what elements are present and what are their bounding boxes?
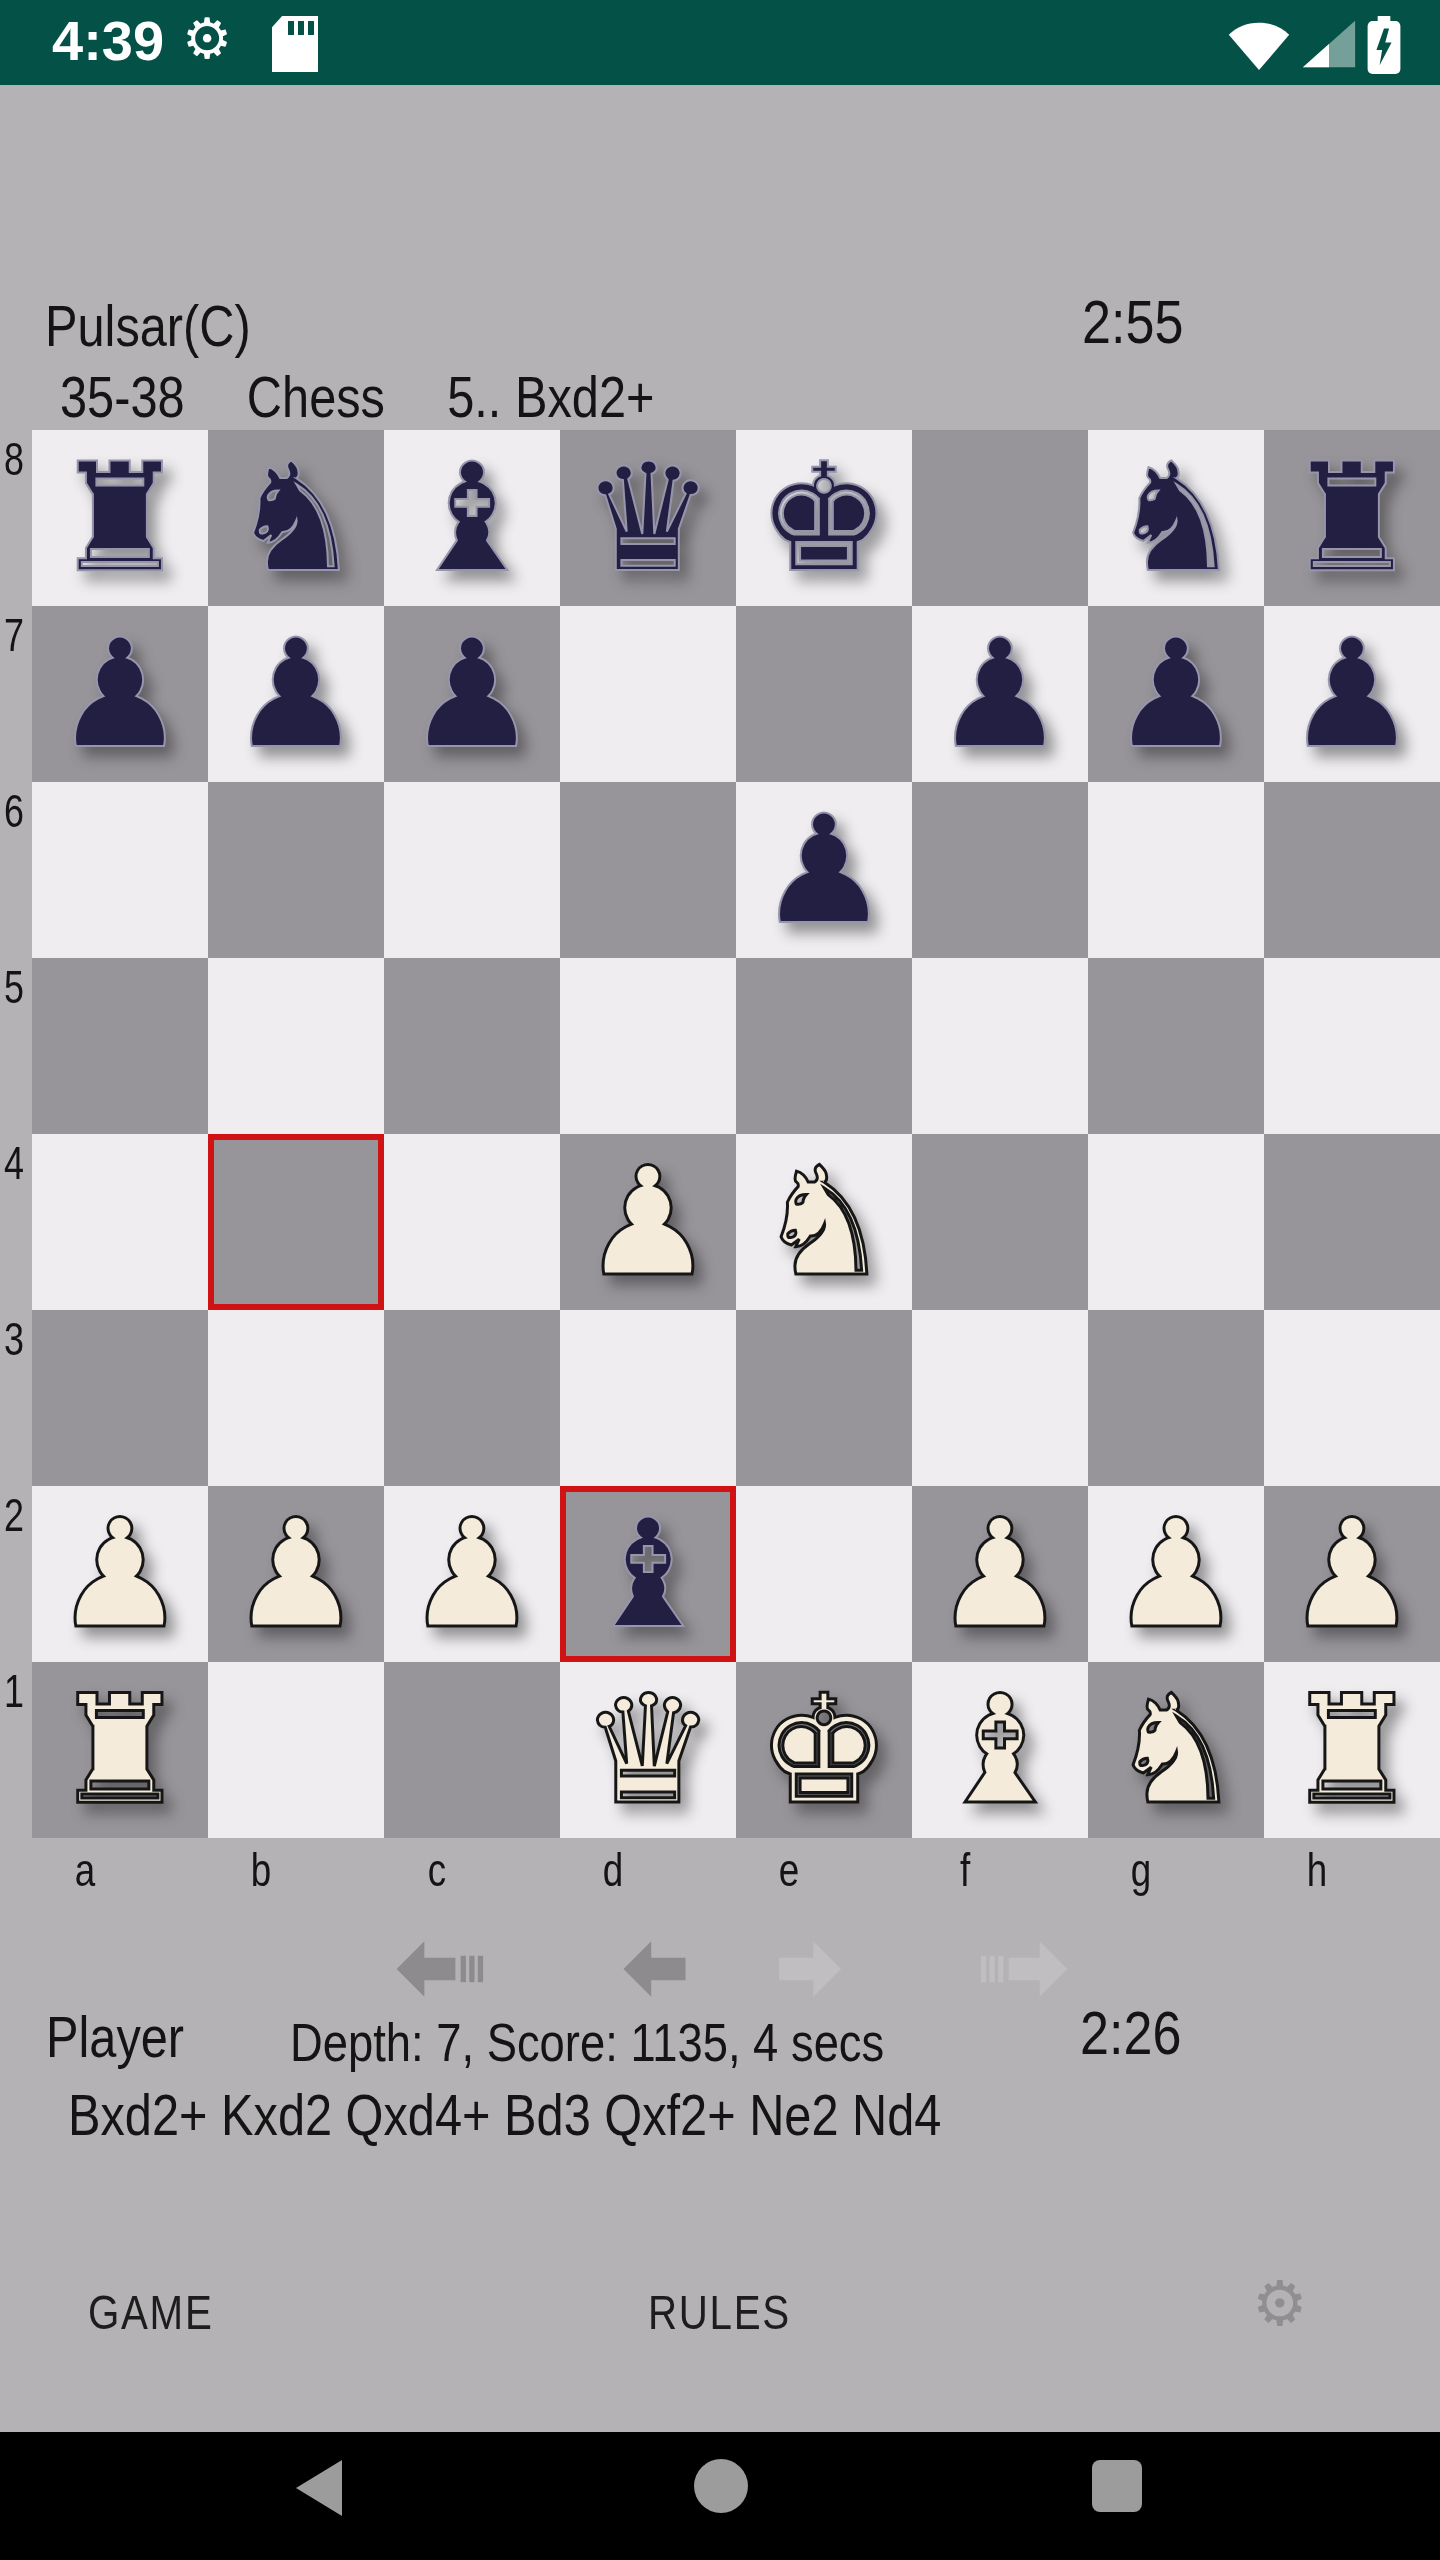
square-e4[interactable]: ♞ — [736, 1134, 912, 1310]
square-g1[interactable]: ♞ — [1088, 1662, 1264, 1838]
white-pawn: ♟ — [229, 1486, 363, 1662]
square-e2[interactable] — [736, 1486, 912, 1662]
white-pawn: ♟ — [405, 1486, 539, 1662]
square-c4[interactable] — [384, 1134, 560, 1310]
settings-gear-icon[interactable]: ⚙ — [1252, 2267, 1308, 2340]
square-a5[interactable] — [32, 958, 208, 1134]
square-c8[interactable]: ♝ — [384, 430, 560, 606]
square-c6[interactable] — [384, 782, 560, 958]
square-d8[interactable]: ♛ — [560, 430, 736, 606]
square-d2[interactable]: ♝ — [560, 1486, 736, 1662]
square-g2[interactable]: ♟ — [1088, 1486, 1264, 1662]
go-to-start-button[interactable] — [394, 1936, 491, 2002]
black-knight: ♞ — [229, 430, 363, 606]
battery-charging-icon — [1366, 16, 1402, 74]
square-f7[interactable]: ♟ — [912, 606, 1088, 782]
black-pawn: ♟ — [53, 606, 187, 782]
black-pawn: ♟ — [229, 606, 363, 782]
file-label-f: f — [895, 1843, 1036, 1897]
square-g6[interactable] — [1088, 782, 1264, 958]
black-bishop: ♝ — [405, 430, 539, 606]
variant-label: Chess — [247, 364, 385, 429]
square-a3[interactable] — [32, 1310, 208, 1486]
file-label-h: h — [1247, 1843, 1388, 1897]
pulsar-chess-app: 4:39 ⚙ Pulsar(C) 2:55 35-38 Chess 5.. Bx… — [0, 0, 1440, 2560]
square-f4[interactable] — [912, 1134, 1088, 1310]
rank-label-1: 1 — [4, 1664, 24, 1718]
square-e1[interactable]: ♚ — [736, 1662, 912, 1838]
black-knight: ♞ — [1109, 430, 1243, 606]
step-back-button[interactable] — [606, 1936, 703, 2002]
square-f2[interactable]: ♟ — [912, 1486, 1088, 1662]
square-h2[interactable]: ♟ — [1264, 1486, 1440, 1662]
white-king: ♚ — [757, 1662, 891, 1838]
file-label-g: g — [1071, 1843, 1212, 1897]
status-bar: 4:39 ⚙ — [0, 0, 1440, 85]
game-menu-button[interactable]: GAME — [88, 2285, 213, 2340]
square-f8[interactable] — [912, 430, 1088, 606]
rank-label-7: 7 — [4, 608, 24, 662]
android-home-button[interactable] — [694, 2459, 748, 2513]
last-move-label: 5.. Bxd2+ — [447, 364, 654, 429]
square-h7[interactable]: ♟ — [1264, 606, 1440, 782]
android-back-button[interactable] — [296, 2460, 342, 2516]
square-h6[interactable] — [1264, 782, 1440, 958]
score-range: 35-38 — [60, 364, 185, 429]
rank-label-3: 3 — [4, 1312, 24, 1366]
square-d7[interactable] — [560, 606, 736, 782]
white-rook: ♜ — [1285, 1662, 1419, 1838]
square-g4[interactable] — [1088, 1134, 1264, 1310]
white-knight: ♞ — [1109, 1662, 1243, 1838]
rank-label-8: 8 — [4, 432, 24, 486]
white-pawn: ♟ — [581, 1134, 715, 1310]
signal-icon — [1300, 16, 1358, 72]
square-d4[interactable]: ♟ — [560, 1134, 736, 1310]
black-bishop: ♝ — [581, 1486, 715, 1662]
square-d5[interactable] — [560, 958, 736, 1134]
square-h3[interactable] — [1264, 1310, 1440, 1486]
square-b3[interactable] — [208, 1310, 384, 1486]
android-recents-button[interactable] — [1092, 2460, 1142, 2512]
square-b7[interactable]: ♟ — [208, 606, 384, 782]
square-e6[interactable]: ♟ — [736, 782, 912, 958]
engine-info: Depth: 7, Score: 1135, 4 secs — [290, 2011, 884, 2073]
square-h4[interactable] — [1264, 1134, 1440, 1310]
square-d3[interactable] — [560, 1310, 736, 1486]
square-b8[interactable]: ♞ — [208, 430, 384, 606]
square-c5[interactable] — [384, 958, 560, 1134]
gear-icon: ⚙ — [182, 6, 232, 71]
black-rook: ♜ — [53, 430, 187, 606]
black-rook: ♜ — [1285, 430, 1419, 606]
chess-board[interactable]: ♜♞♝♛♚♞♜♟♟♟♟♟♟♟♟♞♟♟♟♝♟♟♟♜♛♚♝♞♜ — [32, 430, 1440, 1838]
white-knight: ♞ — [757, 1134, 891, 1310]
wifi-icon — [1228, 16, 1290, 72]
square-c7[interactable]: ♟ — [384, 606, 560, 782]
player-label: Player — [46, 2003, 184, 2070]
android-nav-bar — [0, 2432, 1440, 2560]
square-a4[interactable] — [32, 1134, 208, 1310]
square-c1[interactable] — [384, 1662, 560, 1838]
file-label-c: c — [367, 1843, 508, 1897]
square-h1[interactable]: ♜ — [1264, 1662, 1440, 1838]
square-f5[interactable] — [912, 958, 1088, 1134]
black-pawn: ♟ — [757, 782, 891, 958]
square-e3[interactable] — [736, 1310, 912, 1486]
square-a2[interactable]: ♟ — [32, 1486, 208, 1662]
white-pawn: ♟ — [53, 1486, 187, 1662]
white-pawn: ♟ — [1285, 1486, 1419, 1662]
rank-label-2: 2 — [4, 1488, 24, 1542]
square-g7[interactable]: ♟ — [1088, 606, 1264, 782]
white-clock: 2:26 — [1080, 1997, 1181, 2068]
square-g8[interactable]: ♞ — [1088, 430, 1264, 606]
rank-label-4: 4 — [4, 1136, 24, 1190]
game-info-line: 35-38 Chess 5.. Bxd2+ — [60, 363, 654, 430]
square-b5[interactable] — [208, 958, 384, 1134]
square-g3[interactable] — [1088, 1310, 1264, 1486]
square-f6[interactable] — [912, 782, 1088, 958]
square-e8[interactable]: ♚ — [736, 430, 912, 606]
black-king: ♚ — [757, 430, 891, 606]
file-label-b: b — [191, 1843, 332, 1897]
square-a8[interactable]: ♜ — [32, 430, 208, 606]
analysis-line: Bxd2+ Kxd2 Qxd4+ Bd3 Qxf2+ Ne2 Nd4 — [68, 2081, 941, 2148]
square-a7[interactable]: ♟ — [32, 606, 208, 782]
black-pawn: ♟ — [1285, 606, 1419, 782]
square-c3[interactable] — [384, 1310, 560, 1486]
file-label-e: e — [719, 1843, 860, 1897]
white-pawn: ♟ — [933, 1486, 1067, 1662]
square-b2[interactable]: ♟ — [208, 1486, 384, 1662]
black-pawn: ♟ — [933, 606, 1067, 782]
white-pawn: ♟ — [1109, 1486, 1243, 1662]
rules-menu-button[interactable]: RULES — [648, 2285, 791, 2340]
black-pawn: ♟ — [405, 606, 539, 782]
engine-name: Pulsar(C) — [45, 292, 251, 359]
square-b1[interactable] — [208, 1662, 384, 1838]
square-b4[interactable] — [208, 1134, 384, 1310]
square-a1[interactable]: ♜ — [32, 1662, 208, 1838]
white-bishop: ♝ — [933, 1662, 1067, 1838]
square-c2[interactable]: ♟ — [384, 1486, 560, 1662]
sd-card-icon — [272, 16, 318, 72]
square-h5[interactable] — [1264, 958, 1440, 1134]
square-b6[interactable] — [208, 782, 384, 958]
status-time: 4:39 — [52, 8, 164, 73]
square-f1[interactable]: ♝ — [912, 1662, 1088, 1838]
white-rook: ♜ — [53, 1662, 187, 1838]
go-to-end-button[interactable] — [973, 1936, 1070, 2002]
square-h8[interactable]: ♜ — [1264, 430, 1440, 606]
square-f3[interactable] — [912, 1310, 1088, 1486]
step-forward-button[interactable] — [764, 1936, 856, 2002]
square-d6[interactable] — [560, 782, 736, 958]
square-a6[interactable] — [32, 782, 208, 958]
file-label-a: a — [15, 1843, 156, 1897]
black-clock: 2:55 — [1082, 286, 1183, 357]
rank-label-6: 6 — [4, 784, 24, 838]
black-queen: ♛ — [581, 430, 715, 606]
file-label-d: d — [543, 1843, 684, 1897]
rank-label-5: 5 — [4, 960, 24, 1014]
square-d1[interactable]: ♛ — [560, 1662, 736, 1838]
game-screen: Pulsar(C) 2:55 35-38 Chess 5.. Bxd2+ 876… — [0, 85, 1440, 2432]
square-e7[interactable] — [736, 606, 912, 782]
square-g5[interactable] — [1088, 958, 1264, 1134]
square-e5[interactable] — [736, 958, 912, 1134]
white-queen: ♛ — [581, 1662, 715, 1838]
black-pawn: ♟ — [1109, 606, 1243, 782]
